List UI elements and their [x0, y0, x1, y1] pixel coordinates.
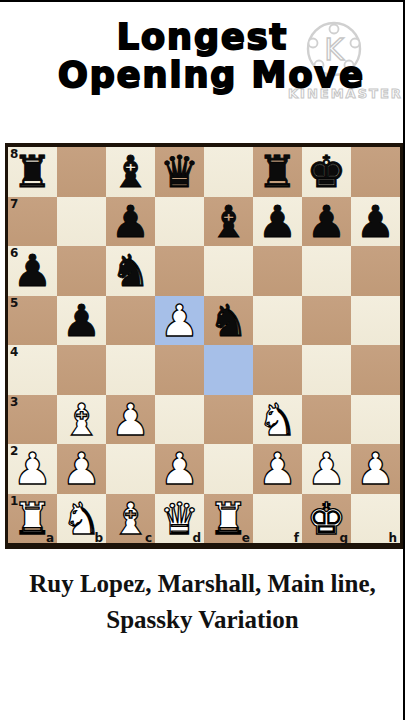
square-e4[interactable] — [204, 345, 253, 395]
square-b4[interactable] — [57, 345, 106, 395]
opening-name-caption: Ruy Lopez, Marshall, Main line, Spassky … — [0, 566, 405, 638]
square-e8[interactable] — [204, 147, 253, 197]
rank-label-8: 8 — [10, 147, 18, 161]
rank-label-1: 1 — [10, 494, 18, 508]
chess-board: ♜8♝♛♜♚7♟♝♟♟♟♟6♞5♟♟♞43♝♟♞♟2♟♟♟♟♟♜1a♞b♝c♛d… — [8, 147, 400, 543]
square-b3[interactable]: ♝ — [57, 395, 106, 445]
square-a3[interactable]: 3 — [8, 395, 57, 445]
square-f8[interactable]: ♜ — [253, 147, 302, 197]
square-a6[interactable]: ♟6 — [8, 246, 57, 296]
square-b8[interactable] — [57, 147, 106, 197]
white-bishop: ♝ — [57, 395, 106, 445]
rank-label-3: 3 — [10, 395, 18, 409]
square-e3[interactable] — [204, 395, 253, 445]
square-h6[interactable] — [351, 246, 400, 296]
white-pawn: ♟ — [351, 444, 400, 494]
square-c2[interactable] — [106, 444, 155, 494]
black-bishop: ♝ — [204, 197, 253, 247]
title-line-1: Longest — [0, 18, 405, 56]
rank-label-7: 7 — [10, 197, 18, 211]
black-pawn: ♟ — [302, 197, 351, 247]
black-knight: ♞ — [106, 246, 155, 296]
square-b1[interactable]: ♞b — [57, 494, 106, 544]
square-h5[interactable] — [351, 296, 400, 346]
square-f6[interactable] — [253, 246, 302, 296]
square-a5[interactable]: 5 — [8, 296, 57, 346]
square-g2[interactable]: ♟ — [302, 444, 351, 494]
square-f2[interactable]: ♟ — [253, 444, 302, 494]
square-d3[interactable] — [155, 395, 204, 445]
file-label-h: h — [388, 531, 397, 545]
square-a7[interactable]: 7 — [8, 197, 57, 247]
white-pawn: ♟ — [302, 444, 351, 494]
black-rook: ♜ — [253, 147, 302, 197]
square-a1[interactable]: ♜1a — [8, 494, 57, 544]
caption-line-2: Spassky Variation — [0, 602, 405, 638]
file-label-f: f — [294, 531, 299, 545]
black-bishop: ♝ — [106, 147, 155, 197]
square-c8[interactable]: ♝ — [106, 147, 155, 197]
square-h2[interactable]: ♟ — [351, 444, 400, 494]
file-label-b: b — [94, 531, 103, 545]
square-h7[interactable]: ♟ — [351, 197, 400, 247]
square-d6[interactable] — [155, 246, 204, 296]
square-h1[interactable]: h — [351, 494, 400, 544]
square-g8[interactable]: ♚ — [302, 147, 351, 197]
title-line-2: Opening Move — [0, 56, 405, 94]
square-b5[interactable]: ♟ — [57, 296, 106, 346]
square-e2[interactable] — [204, 444, 253, 494]
square-b6[interactable] — [57, 246, 106, 296]
square-c3[interactable]: ♟ — [106, 395, 155, 445]
square-e1[interactable]: ♜e — [204, 494, 253, 544]
square-a4[interactable]: 4 — [8, 345, 57, 395]
file-label-c: c — [145, 531, 152, 545]
square-e7[interactable]: ♝ — [204, 197, 253, 247]
square-e5[interactable]: ♞ — [204, 296, 253, 346]
black-pawn: ♟ — [351, 197, 400, 247]
file-label-d: d — [192, 531, 201, 545]
file-label-g: g — [339, 531, 348, 545]
square-c7[interactable]: ♟ — [106, 197, 155, 247]
caption-line-1: Ruy Lopez, Marshall, Main line, — [0, 566, 405, 602]
square-f3[interactable]: ♞ — [253, 395, 302, 445]
black-pawn: ♟ — [106, 197, 155, 247]
square-f7[interactable]: ♟ — [253, 197, 302, 247]
file-label-a: a — [46, 531, 54, 545]
square-c5[interactable] — [106, 296, 155, 346]
black-queen: ♛ — [155, 147, 204, 197]
square-c1[interactable]: ♝c — [106, 494, 155, 544]
white-pawn: ♟ — [155, 296, 204, 346]
rank-label-2: 2 — [10, 444, 18, 458]
black-pawn: ♟ — [57, 296, 106, 346]
square-g6[interactable] — [302, 246, 351, 296]
rank-label-5: 5 — [10, 296, 18, 310]
black-pawn: ♟ — [253, 197, 302, 247]
white-knight: ♞ — [253, 395, 302, 445]
square-b2[interactable]: ♟ — [57, 444, 106, 494]
square-f1[interactable]: f — [253, 494, 302, 544]
square-h8[interactable] — [351, 147, 400, 197]
square-d5[interactable]: ♟ — [155, 296, 204, 346]
white-pawn: ♟ — [253, 444, 302, 494]
square-f5[interactable] — [253, 296, 302, 346]
square-g5[interactable] — [302, 296, 351, 346]
black-knight: ♞ — [204, 296, 253, 346]
square-d4[interactable] — [155, 345, 204, 395]
square-d7[interactable] — [155, 197, 204, 247]
video-title: Longest Opening Move — [0, 18, 405, 94]
square-d8[interactable]: ♛ — [155, 147, 204, 197]
square-f4[interactable] — [253, 345, 302, 395]
white-pawn: ♟ — [155, 444, 204, 494]
square-d1[interactable]: ♛d — [155, 494, 204, 544]
square-g1[interactable]: ♚g — [302, 494, 351, 544]
square-d2[interactable]: ♟ — [155, 444, 204, 494]
square-h4[interactable] — [351, 345, 400, 395]
white-pawn: ♟ — [57, 444, 106, 494]
square-a8[interactable]: ♜8 — [8, 147, 57, 197]
square-c6[interactable]: ♞ — [106, 246, 155, 296]
file-label-e: e — [242, 531, 250, 545]
square-g3[interactable] — [302, 395, 351, 445]
chess-board-frame: ♜8♝♛♜♚7♟♝♟♟♟♟6♞5♟♟♞43♝♟♞♟2♟♟♟♟♟♜1a♞b♝c♛d… — [5, 143, 403, 549]
square-h3[interactable] — [351, 395, 400, 445]
square-c4[interactable] — [106, 345, 155, 395]
square-g4[interactable] — [302, 345, 351, 395]
square-b7[interactable] — [57, 197, 106, 247]
square-e6[interactable] — [204, 246, 253, 296]
square-g7[interactable]: ♟ — [302, 197, 351, 247]
square-a2[interactable]: ♟2 — [8, 444, 57, 494]
black-king: ♚ — [302, 147, 351, 197]
rank-label-4: 4 — [10, 345, 18, 359]
rank-label-6: 6 — [10, 246, 18, 260]
white-pawn: ♟ — [106, 395, 155, 445]
